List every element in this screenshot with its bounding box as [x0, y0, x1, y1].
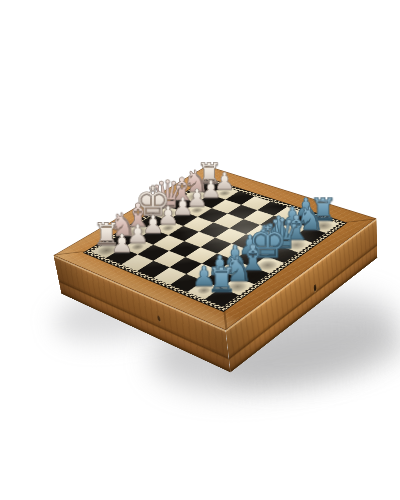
- piece-black-rook-h8[interactable]: ♜: [197, 244, 248, 297]
- scene-3d: ♜♟♟♜♞♟♟♞♝♟♟♝♛♟♟♛♚♟♟♚♝♟♟♝♞♟♟♞♜♟♟♜: [88, 110, 343, 365]
- camera-tilt: ♜♟♟♜♞♟♟♞♝♟♟♝♛♟♟♛♚♟♟♚♝♟♟♝♞♟♟♞♜♟♟♜: [0, 0, 400, 500]
- drawer-keyhole-front-icon: [314, 284, 317, 292]
- chess-chest: ♜♟♟♜♞♟♟♞♝♟♟♝♛♟♟♛♚♟♟♚♝♟♟♝♞♟♟♞♜♟♟♜: [53, 166, 376, 331]
- product-photo-stage: ♜♟♟♜♞♟♟♞♝♟♟♝♛♟♟♛♚♟♟♚♝♟♟♝♞♟♟♞♜♟♟♜: [0, 0, 400, 500]
- drawer-keyhole-right-icon: [157, 315, 160, 321]
- piece-white-pawn-h2[interactable]: ♟: [99, 208, 146, 257]
